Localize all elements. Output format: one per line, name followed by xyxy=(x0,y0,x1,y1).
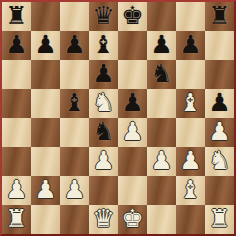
black-knight-piece[interactable]: ♞ xyxy=(150,61,172,86)
black-king-piece[interactable]: ♚ xyxy=(121,3,143,28)
square-g5[interactable]: ♝ xyxy=(176,89,205,118)
square-a2[interactable]: ♟ xyxy=(2,176,31,205)
square-a7[interactable]: ♟ xyxy=(2,31,31,60)
square-h1[interactable]: ♜ xyxy=(205,205,234,234)
square-f6[interactable]: ♞ xyxy=(147,60,176,89)
square-g4[interactable] xyxy=(176,118,205,147)
square-a1[interactable]: ♜ xyxy=(2,205,31,234)
square-d1[interactable]: ♛ xyxy=(89,205,118,234)
square-f2[interactable] xyxy=(147,176,176,205)
black-pawn-piece[interactable]: ♟ xyxy=(34,32,56,57)
square-b8[interactable] xyxy=(31,2,60,31)
black-queen-piece[interactable]: ♛ xyxy=(92,3,114,28)
square-h3[interactable]: ♞ xyxy=(205,147,234,176)
square-f8[interactable] xyxy=(147,2,176,31)
square-e8[interactable]: ♚ xyxy=(118,2,147,31)
square-f5[interactable] xyxy=(147,89,176,118)
square-c2[interactable]: ♟ xyxy=(60,176,89,205)
white-pawn-piece[interactable]: ♟ xyxy=(63,177,85,202)
square-d5[interactable]: ♞ xyxy=(89,89,118,118)
square-c1[interactable] xyxy=(60,205,89,234)
square-c4[interactable] xyxy=(60,118,89,147)
black-pawn-piece[interactable]: ♟ xyxy=(150,32,172,57)
square-g1[interactable] xyxy=(176,205,205,234)
square-c3[interactable] xyxy=(60,147,89,176)
black-pawn-piece[interactable]: ♟ xyxy=(179,32,201,57)
square-h6[interactable] xyxy=(205,60,234,89)
square-b3[interactable] xyxy=(31,147,60,176)
white-knight-piece[interactable]: ♞ xyxy=(208,148,230,173)
black-pawn-piece[interactable]: ♟ xyxy=(63,32,85,57)
square-g3[interactable]: ♟ xyxy=(176,147,205,176)
white-pawn-piece[interactable]: ♟ xyxy=(121,119,143,144)
square-c6[interactable] xyxy=(60,60,89,89)
white-bishop-piece[interactable]: ♝ xyxy=(179,177,201,202)
square-e2[interactable] xyxy=(118,176,147,205)
square-g7[interactable]: ♟ xyxy=(176,31,205,60)
white-king-piece[interactable]: ♚ xyxy=(121,206,143,231)
white-pawn-piece[interactable]: ♟ xyxy=(150,148,172,173)
square-g2[interactable]: ♝ xyxy=(176,176,205,205)
square-c5[interactable]: ♝ xyxy=(60,89,89,118)
square-e7[interactable] xyxy=(118,31,147,60)
square-g6[interactable] xyxy=(176,60,205,89)
square-d7[interactable]: ♝ xyxy=(89,31,118,60)
square-f1[interactable] xyxy=(147,205,176,234)
white-queen-piece[interactable]: ♛ xyxy=(92,206,114,231)
white-pawn-piece[interactable]: ♟ xyxy=(5,177,27,202)
square-h8[interactable]: ♜ xyxy=(205,2,234,31)
black-bishop-piece[interactable]: ♝ xyxy=(63,90,85,115)
white-bishop-piece[interactable]: ♝ xyxy=(179,90,201,115)
square-c8[interactable] xyxy=(60,2,89,31)
square-e6[interactable] xyxy=(118,60,147,89)
square-e3[interactable] xyxy=(118,147,147,176)
square-d4[interactable]: ♞ xyxy=(89,118,118,147)
black-rook-piece[interactable]: ♜ xyxy=(5,3,27,28)
square-f7[interactable]: ♟ xyxy=(147,31,176,60)
chess-board: ♜♛♚♜♟♟♟♝♟♟♟♞♝♞♟♝♟♞♟♟♟♟♟♞♟♟♟♝♜♛♚♜ xyxy=(0,0,236,236)
square-b6[interactable] xyxy=(31,60,60,89)
white-pawn-piece[interactable]: ♟ xyxy=(92,148,114,173)
square-a6[interactable] xyxy=(2,60,31,89)
square-g8[interactable] xyxy=(176,2,205,31)
square-a4[interactable] xyxy=(2,118,31,147)
white-rook-piece[interactable]: ♜ xyxy=(5,206,27,231)
square-f4[interactable] xyxy=(147,118,176,147)
square-b2[interactable]: ♟ xyxy=(31,176,60,205)
white-rook-piece[interactable]: ♜ xyxy=(208,206,230,231)
white-pawn-piece[interactable]: ♟ xyxy=(208,119,230,144)
square-e1[interactable]: ♚ xyxy=(118,205,147,234)
square-h2[interactable] xyxy=(205,176,234,205)
black-rook-piece[interactable]: ♜ xyxy=(208,3,230,28)
square-d2[interactable] xyxy=(89,176,118,205)
square-e5[interactable]: ♟ xyxy=(118,89,147,118)
square-a5[interactable] xyxy=(2,89,31,118)
square-d3[interactable]: ♟ xyxy=(89,147,118,176)
white-pawn-piece[interactable]: ♟ xyxy=(179,148,201,173)
black-pawn-piece[interactable]: ♟ xyxy=(92,61,114,86)
square-b1[interactable] xyxy=(31,205,60,234)
square-a8[interactable]: ♜ xyxy=(2,2,31,31)
white-pawn-piece[interactable]: ♟ xyxy=(34,177,56,202)
square-a3[interactable] xyxy=(2,147,31,176)
white-knight-piece[interactable]: ♞ xyxy=(92,90,114,115)
square-b5[interactable] xyxy=(31,89,60,118)
square-d8[interactable]: ♛ xyxy=(89,2,118,31)
black-pawn-piece[interactable]: ♟ xyxy=(121,90,143,115)
square-f3[interactable]: ♟ xyxy=(147,147,176,176)
black-pawn-piece[interactable]: ♟ xyxy=(5,32,27,57)
black-bishop-piece[interactable]: ♝ xyxy=(92,32,114,57)
square-b4[interactable] xyxy=(31,118,60,147)
square-h5[interactable]: ♟ xyxy=(205,89,234,118)
square-h7[interactable] xyxy=(205,31,234,60)
square-d6[interactable]: ♟ xyxy=(89,60,118,89)
black-pawn-piece[interactable]: ♟ xyxy=(208,90,230,115)
square-c7[interactable]: ♟ xyxy=(60,31,89,60)
square-e4[interactable]: ♟ xyxy=(118,118,147,147)
black-knight-piece[interactable]: ♞ xyxy=(92,119,114,144)
square-h4[interactable]: ♟ xyxy=(205,118,234,147)
square-b7[interactable]: ♟ xyxy=(31,31,60,60)
